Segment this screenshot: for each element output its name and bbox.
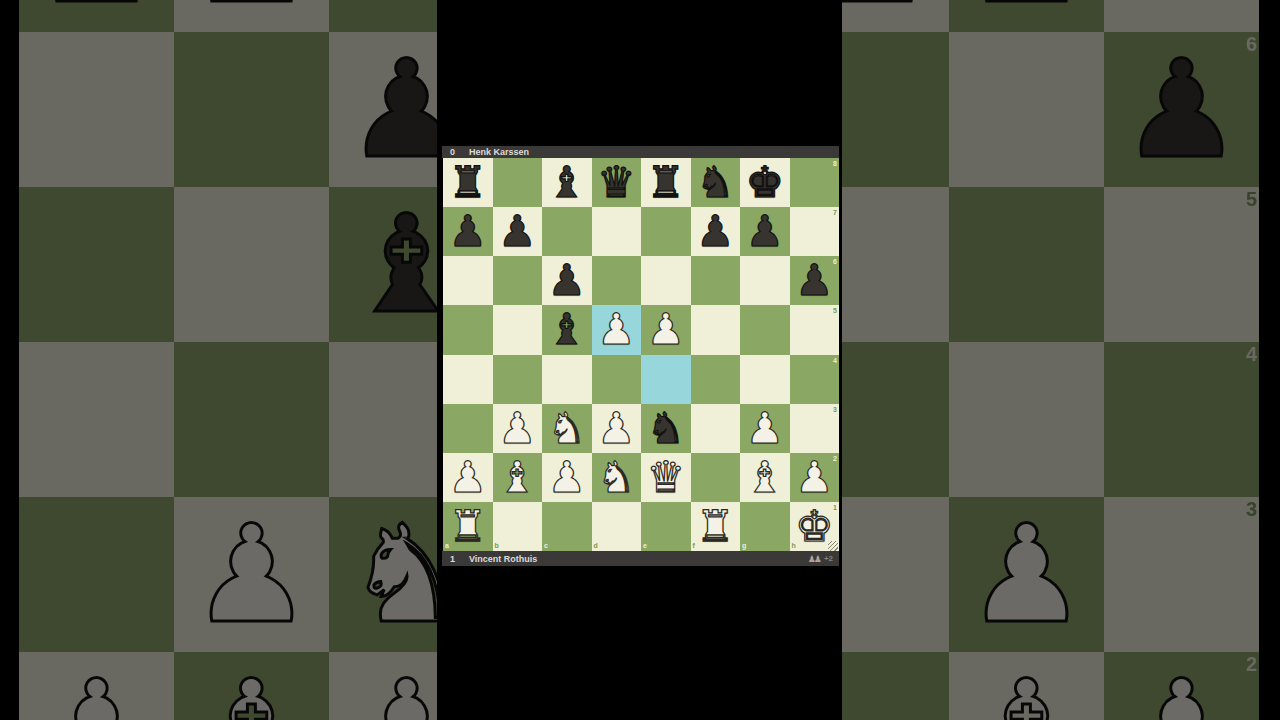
bg-square-a3 xyxy=(19,497,174,652)
square-c3[interactable]: ♞ xyxy=(542,404,592,453)
square-f5[interactable] xyxy=(691,305,741,354)
piece-white-bishop[interactable]: ♝ xyxy=(493,453,543,502)
piece-black-bishop[interactable]: ♝ xyxy=(542,305,592,354)
bg-piece-white-pawn: ♟ xyxy=(1104,652,1259,720)
top-player-score: 0 xyxy=(450,147,455,157)
bg-square-b2: ♝ xyxy=(174,652,329,720)
rank-label-3: 3 xyxy=(833,406,837,413)
square-a1[interactable]: ♜a xyxy=(443,502,493,551)
bg-square-g5 xyxy=(949,187,1104,342)
bg-square-g7: ♟ xyxy=(949,0,1104,32)
bg-square-g3: ♟ xyxy=(949,497,1104,652)
square-d7[interactable] xyxy=(592,207,642,256)
rank-label-8: 8 xyxy=(833,160,837,167)
square-d1[interactable]: d xyxy=(592,502,642,551)
square-b3[interactable]: ♟ xyxy=(493,404,543,453)
square-c5[interactable]: ♝ xyxy=(542,305,592,354)
square-f6[interactable] xyxy=(691,256,741,305)
square-e6[interactable] xyxy=(641,256,691,305)
bg-piece-white-pawn: ♟ xyxy=(949,497,1104,652)
square-c8[interactable]: ♝ xyxy=(542,158,592,207)
file-label-f: f xyxy=(693,542,695,549)
square-f7[interactable]: ♟ xyxy=(691,207,741,256)
square-a6[interactable] xyxy=(443,256,493,305)
captured-pawns-icon: ♟♟ xyxy=(808,554,822,564)
bg-rank-label-3: 3 xyxy=(1246,499,1257,519)
square-c6[interactable]: ♟ xyxy=(542,256,592,305)
bg-square-b6 xyxy=(174,32,329,187)
piece-white-queen[interactable]: ♛ xyxy=(641,453,691,502)
piece-black-knight[interactable]: ♞ xyxy=(641,404,691,453)
square-g3[interactable]: ♟ xyxy=(740,404,790,453)
piece-black-pawn[interactable]: ♟ xyxy=(443,207,493,256)
player-bar-bottom: 1 Vincent Rothuis ♟♟ +2 xyxy=(442,551,839,566)
square-a3[interactable] xyxy=(443,404,493,453)
bg-square-h4: 4 xyxy=(1104,342,1259,497)
bg-rank-label-4: 4 xyxy=(1246,344,1257,364)
file-label-c: c xyxy=(544,542,548,549)
square-h3[interactable]: 3 xyxy=(790,404,840,453)
piece-white-knight[interactable]: ♞ xyxy=(592,453,642,502)
bg-square-a2: ♟ xyxy=(19,652,174,720)
bg-rank-label-2: 2 xyxy=(1246,654,1257,674)
bg-piece-black-pawn: ♟ xyxy=(19,0,174,32)
piece-black-pawn[interactable]: ♟ xyxy=(740,207,790,256)
piece-white-pawn[interactable]: ♟ xyxy=(443,453,493,502)
piece-black-rook[interactable]: ♜ xyxy=(641,158,691,207)
bg-square-a4 xyxy=(19,342,174,497)
square-d6[interactable] xyxy=(592,256,642,305)
piece-white-pawn[interactable]: ♟ xyxy=(542,453,592,502)
square-c7[interactable] xyxy=(542,207,592,256)
piece-white-pawn[interactable]: ♟ xyxy=(592,305,642,354)
square-a8[interactable]: ♜ xyxy=(443,158,493,207)
bg-square-h7: 7 xyxy=(1104,0,1259,32)
square-f8[interactable]: ♞ xyxy=(691,158,741,207)
square-e4[interactable] xyxy=(641,355,691,404)
bg-square-a6 xyxy=(19,32,174,187)
bg-square-g2: ♝ xyxy=(949,652,1104,720)
square-g2[interactable]: ♝ xyxy=(740,453,790,502)
file-label-d: d xyxy=(594,542,598,549)
piece-black-queen[interactable]: ♛ xyxy=(592,158,642,207)
square-d8[interactable]: ♛ xyxy=(592,158,642,207)
piece-white-knight[interactable]: ♞ xyxy=(542,404,592,453)
square-h2[interactable]: ♟2 xyxy=(790,453,840,502)
square-g8[interactable]: ♚ xyxy=(740,158,790,207)
rank-label-1: 1 xyxy=(833,504,837,511)
square-a2[interactable]: ♟ xyxy=(443,453,493,502)
square-h4[interactable]: 4 xyxy=(790,355,840,404)
square-b5[interactable] xyxy=(493,305,543,354)
bg-square-g6 xyxy=(949,32,1104,187)
bg-square-h2: ♟2 xyxy=(1104,652,1259,720)
square-g7[interactable]: ♟ xyxy=(740,207,790,256)
piece-white-pawn[interactable]: ♟ xyxy=(740,404,790,453)
square-d2[interactable]: ♞ xyxy=(592,453,642,502)
square-d3[interactable]: ♟ xyxy=(592,404,642,453)
piece-black-pawn[interactable]: ♟ xyxy=(790,256,840,305)
bg-square-g4 xyxy=(949,342,1104,497)
square-h5[interactable]: 5 xyxy=(790,305,840,354)
bg-piece-white-bishop: ♝ xyxy=(949,652,1104,720)
piece-black-pawn[interactable]: ♟ xyxy=(542,256,592,305)
rank-label-6: 6 xyxy=(833,258,837,265)
square-b2[interactable]: ♝ xyxy=(493,453,543,502)
square-e7[interactable] xyxy=(641,207,691,256)
square-f2[interactable] xyxy=(691,453,741,502)
square-c4[interactable] xyxy=(542,355,592,404)
rank-label-5: 5 xyxy=(833,307,837,314)
piece-white-rook[interactable]: ♜ xyxy=(443,502,493,551)
bg-piece-white-pawn: ♟ xyxy=(174,497,329,652)
square-e5[interactable]: ♟ xyxy=(641,305,691,354)
square-h6[interactable]: ♟6 xyxy=(790,256,840,305)
bg-square-b4 xyxy=(174,342,329,497)
piece-black-pawn[interactable]: ♟ xyxy=(691,207,741,256)
piece-black-knight[interactable]: ♞ xyxy=(691,158,741,207)
bg-square-a5 xyxy=(19,187,174,342)
square-a4[interactable] xyxy=(443,355,493,404)
piece-black-bishop[interactable]: ♝ xyxy=(542,158,592,207)
top-player-name: Henk Karssen xyxy=(469,147,529,157)
square-g6[interactable] xyxy=(740,256,790,305)
square-g1[interactable]: g xyxy=(740,502,790,551)
piece-white-pawn[interactable]: ♟ xyxy=(592,404,642,453)
file-label-b: b xyxy=(495,542,499,549)
file-label-a: a xyxy=(445,542,449,549)
square-f4[interactable] xyxy=(691,355,741,404)
square-c2[interactable]: ♟ xyxy=(542,453,592,502)
bg-piece-white-pawn: ♟ xyxy=(19,652,174,720)
square-a5[interactable] xyxy=(443,305,493,354)
square-c1[interactable]: c xyxy=(542,502,592,551)
board-resize-handle[interactable] xyxy=(828,541,838,551)
square-b6[interactable] xyxy=(493,256,543,305)
square-d5[interactable]: ♟ xyxy=(592,305,642,354)
piece-black-pawn[interactable]: ♟ xyxy=(493,207,543,256)
file-label-g: g xyxy=(742,542,746,549)
square-e3[interactable]: ♞ xyxy=(641,404,691,453)
square-e8[interactable]: ♜ xyxy=(641,158,691,207)
square-e2[interactable]: ♛ xyxy=(641,453,691,502)
square-h7[interactable]: 7 xyxy=(790,207,840,256)
rank-label-4: 4 xyxy=(833,357,837,364)
piece-white-pawn[interactable]: ♟ xyxy=(493,404,543,453)
square-g5[interactable] xyxy=(740,305,790,354)
square-b8[interactable] xyxy=(493,158,543,207)
bg-square-a7: ♟ xyxy=(19,0,174,32)
rank-label-7: 7 xyxy=(833,209,837,216)
bottom-player-name: Vincent Rothuis xyxy=(469,554,537,564)
square-b4[interactable] xyxy=(493,355,543,404)
piece-black-rook[interactable]: ♜ xyxy=(443,158,493,207)
bg-piece-white-bishop: ♝ xyxy=(174,652,329,720)
piece-white-bishop[interactable]: ♝ xyxy=(740,453,790,502)
bg-square-b7: ♟ xyxy=(174,0,329,32)
square-h8[interactable]: 8 xyxy=(790,158,840,207)
chess-board[interactable]: ♜♝♛♜♞♚8♟♟♟♟7♟♟6♝♟♟54♟♞♟♞♟3♟♝♟♞♛♝♟2♜abcde… xyxy=(443,158,839,551)
bg-piece-black-pawn: ♟ xyxy=(949,0,1104,32)
square-b7[interactable]: ♟ xyxy=(493,207,543,256)
square-e1[interactable]: e xyxy=(641,502,691,551)
bg-piece-black-pawn: ♟ xyxy=(1104,32,1259,187)
square-f1[interactable]: ♜f xyxy=(691,502,741,551)
bg-rank-label-6: 6 xyxy=(1246,34,1257,54)
rank-label-2: 2 xyxy=(833,455,837,462)
file-label-e: e xyxy=(643,542,647,549)
bg-piece-black-pawn: ♟ xyxy=(174,0,329,32)
video-frame: 0 Henk Karssen ♜♝♛♜♞♚8♟♟♟♟7♟♟6♝♟♟54♟♞♟♞♟… xyxy=(437,0,842,720)
bg-square-h6: ♟6 xyxy=(1104,32,1259,187)
piece-white-pawn[interactable]: ♟ xyxy=(641,305,691,354)
bg-square-b5 xyxy=(174,187,329,342)
square-a7[interactable]: ♟ xyxy=(443,207,493,256)
piece-black-king[interactable]: ♚ xyxy=(740,158,790,207)
square-b1[interactable]: b xyxy=(493,502,543,551)
bottom-player-score: 1 xyxy=(450,554,455,564)
bg-square-h5: 5 xyxy=(1104,187,1259,342)
square-g4[interactable] xyxy=(740,355,790,404)
piece-white-rook[interactable]: ♜ xyxy=(691,502,741,551)
material-indicator: ♟♟ +2 xyxy=(808,554,833,564)
square-f3[interactable] xyxy=(691,404,741,453)
material-advantage: +2 xyxy=(824,554,833,563)
bg-square-b3: ♟ xyxy=(174,497,329,652)
bg-rank-label-5: 5 xyxy=(1246,189,1257,209)
piece-white-pawn[interactable]: ♟ xyxy=(790,453,840,502)
square-d4[interactable] xyxy=(592,355,642,404)
file-label-h: h xyxy=(792,542,796,549)
bg-square-h3: 3 xyxy=(1104,497,1259,652)
